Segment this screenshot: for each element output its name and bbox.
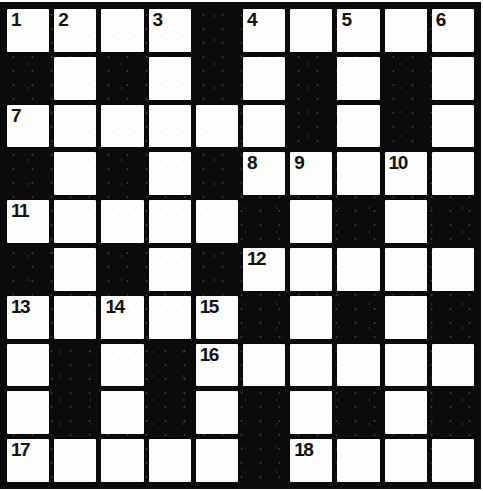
cell-r3c2[interactable]	[54, 105, 96, 148]
clue-number-3: 3	[153, 9, 162, 31]
clue-number-9: 9	[294, 152, 303, 174]
cell-r10c4[interactable]	[149, 439, 191, 482]
cell-r8c3[interactable]	[101, 344, 143, 387]
block-r9c10	[432, 391, 474, 434]
cell-r4c6[interactable]: 8	[243, 152, 285, 195]
cell-r6c8[interactable]	[337, 248, 379, 291]
cell-r8c8[interactable]	[337, 344, 379, 387]
cell-r10c10[interactable]	[432, 439, 474, 482]
block-r9c2	[54, 391, 96, 434]
block-r8c4	[149, 344, 191, 387]
cell-r7c4[interactable]	[149, 296, 191, 339]
clue-number-11: 11	[11, 200, 28, 222]
cell-r10c3[interactable]	[101, 439, 143, 482]
cell-r4c2[interactable]	[54, 152, 96, 195]
clue-number-5: 5	[341, 9, 350, 31]
block-r7c10	[432, 296, 474, 339]
cell-r6c2[interactable]	[54, 248, 96, 291]
clue-number-15: 15	[200, 296, 218, 318]
cell-r2c10[interactable]	[432, 57, 474, 100]
cell-r8c9[interactable]	[385, 344, 427, 387]
cell-r2c4[interactable]	[149, 57, 191, 100]
clue-number-1: 1	[11, 9, 20, 31]
cell-r6c10[interactable]	[432, 248, 474, 291]
cell-r5c2[interactable]	[54, 200, 96, 243]
cell-r10c8[interactable]	[337, 439, 379, 482]
clue-number-2: 2	[58, 9, 67, 31]
cell-r3c8[interactable]	[337, 105, 379, 148]
cell-r2c2[interactable]	[54, 57, 96, 100]
cell-r4c10[interactable]	[432, 152, 474, 195]
cell-r3c5[interactable]	[196, 105, 238, 148]
clue-number-7: 7	[11, 105, 20, 127]
cell-r1c2[interactable]: 2	[54, 9, 96, 52]
clue-number-6: 6	[436, 9, 445, 31]
block-r6c5	[196, 248, 238, 291]
cell-r8c5[interactable]: 16	[196, 344, 238, 387]
cell-r4c9[interactable]: 10	[385, 152, 427, 195]
cell-r7c7[interactable]	[290, 296, 332, 339]
cell-r1c10[interactable]: 6	[432, 9, 474, 52]
clue-number-17: 17	[11, 439, 29, 461]
cell-r4c7[interactable]: 9	[290, 152, 332, 195]
clue-number-13: 13	[11, 296, 29, 318]
cell-r5c9[interactable]	[385, 200, 427, 243]
cell-r2c8[interactable]	[337, 57, 379, 100]
clue-number-12: 12	[247, 248, 265, 270]
clue-number-4: 4	[247, 9, 256, 31]
block-r6c1	[7, 248, 49, 291]
cell-r5c3[interactable]	[101, 200, 143, 243]
cell-r10c9[interactable]	[385, 439, 427, 482]
block-r5c6	[243, 200, 285, 243]
crossword-page: 123456789101112131415161718	[0, 0, 483, 491]
block-r6c3	[101, 248, 143, 291]
block-r1c5	[196, 9, 238, 52]
cell-r3c10[interactable]	[432, 105, 474, 148]
cell-r10c5[interactable]	[196, 439, 238, 482]
cell-r1c7[interactable]	[290, 9, 332, 52]
block-r7c6	[243, 296, 285, 339]
block-r2c1	[7, 57, 49, 100]
cell-r2c6[interactable]	[243, 57, 285, 100]
block-r3c7	[290, 105, 332, 148]
cell-r5c1[interactable]: 11	[7, 200, 49, 243]
block-r3c9	[385, 105, 427, 148]
block-r2c9	[385, 57, 427, 100]
block-r9c8	[337, 391, 379, 434]
cell-r6c7[interactable]	[290, 248, 332, 291]
clue-number-14: 14	[105, 296, 123, 318]
cell-r9c3[interactable]	[101, 391, 143, 434]
cell-r7c1[interactable]: 13	[7, 296, 49, 339]
block-r5c10	[432, 200, 474, 243]
cell-r6c9[interactable]	[385, 248, 427, 291]
cell-r9c5[interactable]	[196, 391, 238, 434]
block-r4c3	[101, 152, 143, 195]
block-r7c8	[337, 296, 379, 339]
cell-r10c2[interactable]	[54, 439, 96, 482]
clue-number-8: 8	[247, 152, 256, 174]
cell-r7c3[interactable]: 14	[101, 296, 143, 339]
block-r4c1	[7, 152, 49, 195]
block-r2c5	[196, 57, 238, 100]
block-r2c3	[101, 57, 143, 100]
cell-r6c6[interactable]: 12	[243, 248, 285, 291]
cell-r1c6[interactable]: 4	[243, 9, 285, 52]
cell-r10c1[interactable]: 17	[7, 439, 49, 482]
cell-r3c4[interactable]	[149, 105, 191, 148]
cell-r3c6[interactable]	[243, 105, 285, 148]
cell-r1c9[interactable]	[385, 9, 427, 52]
cell-r8c6[interactable]	[243, 344, 285, 387]
cell-r5c5[interactable]	[196, 200, 238, 243]
cell-r1c4[interactable]: 3	[149, 9, 191, 52]
cell-r7c5[interactable]: 15	[196, 296, 238, 339]
block-r2c7	[290, 57, 332, 100]
clue-number-16: 16	[200, 344, 218, 366]
clue-number-18: 18	[294, 439, 312, 461]
clue-number-10: 10	[389, 152, 407, 174]
cell-r4c4[interactable]	[149, 152, 191, 195]
block-r10c6	[243, 439, 285, 482]
cell-r9c7[interactable]	[290, 391, 332, 434]
block-r9c6	[243, 391, 285, 434]
cell-r8c7[interactable]	[290, 344, 332, 387]
cell-r3c1[interactable]: 7	[7, 105, 49, 148]
cell-r5c7[interactable]	[290, 200, 332, 243]
cell-r7c2[interactable]	[54, 296, 96, 339]
cell-r4c8[interactable]	[337, 152, 379, 195]
cell-r1c1[interactable]: 1	[7, 9, 49, 52]
cell-r8c10[interactable]	[432, 344, 474, 387]
cell-r10c7[interactable]: 18	[290, 439, 332, 482]
cell-r8c1[interactable]	[7, 344, 49, 387]
crossword-board: 123456789101112131415161718	[0, 2, 481, 489]
cell-r1c8[interactable]: 5	[337, 9, 379, 52]
block-r8c2	[54, 344, 96, 387]
block-r4c5	[196, 152, 238, 195]
cell-r9c9[interactable]	[385, 391, 427, 434]
cell-r1c3[interactable]	[101, 9, 143, 52]
cell-r9c1[interactable]	[7, 391, 49, 434]
block-r9c4	[149, 391, 191, 434]
cell-r5c4[interactable]	[149, 200, 191, 243]
cell-r6c4[interactable]	[149, 248, 191, 291]
cell-r3c3[interactable]	[101, 105, 143, 148]
cell-r7c9[interactable]	[385, 296, 427, 339]
block-r5c8	[337, 200, 379, 243]
